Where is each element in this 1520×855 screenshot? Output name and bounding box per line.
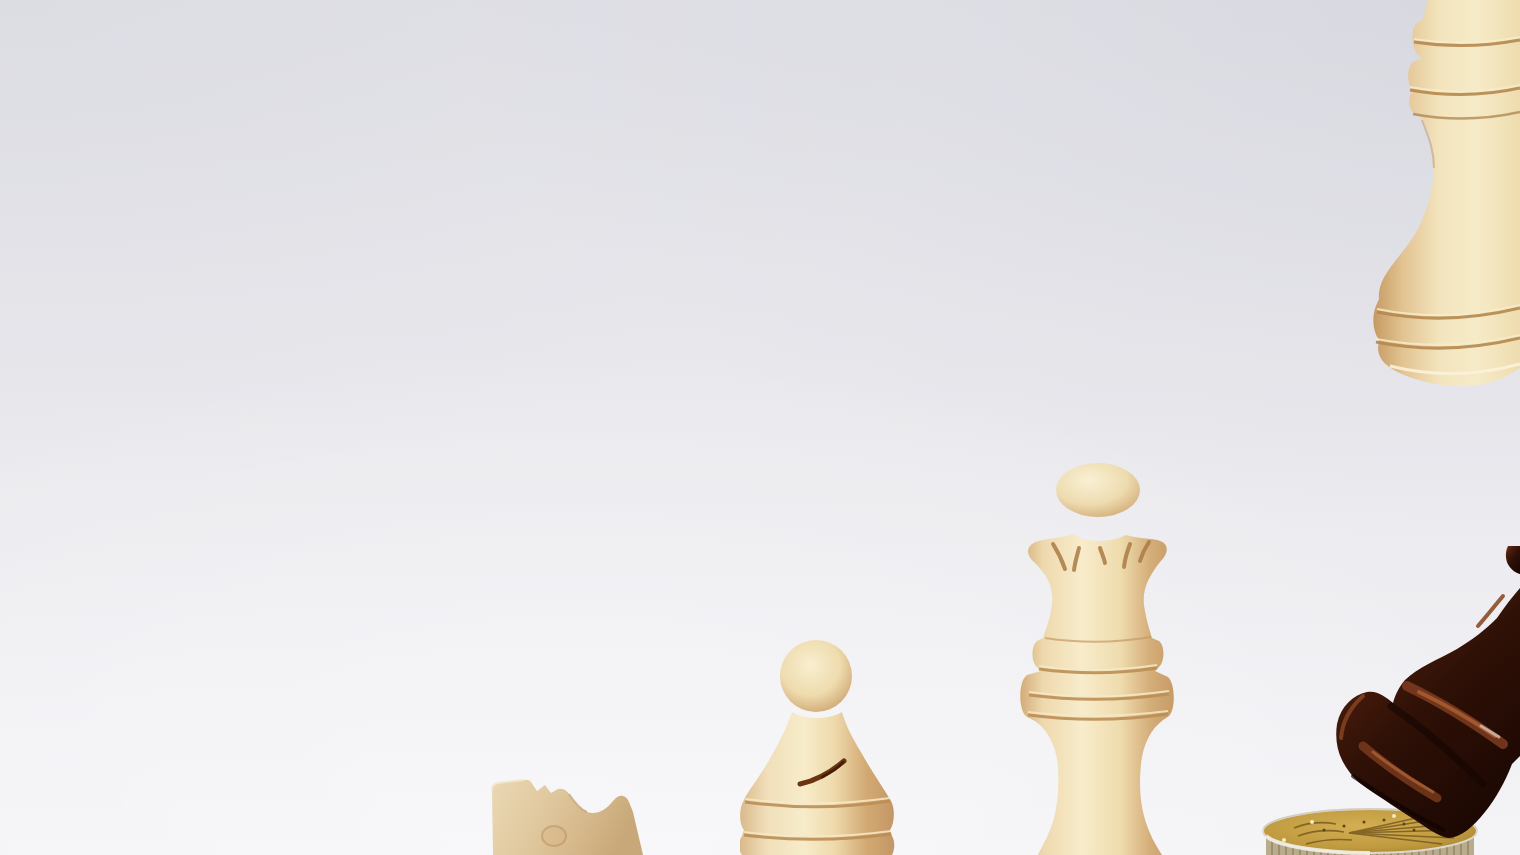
broken-piece-knot	[542, 826, 566, 846]
hanging-piece-body	[1373, 0, 1520, 386]
white-king-hanging	[1370, 0, 1520, 392]
dark-piece-finial-tip	[1506, 546, 1520, 574]
pawn-head	[780, 640, 852, 712]
broken-piece-body	[492, 780, 643, 855]
white-broken-piece	[486, 770, 651, 855]
dark-piece-body	[1336, 588, 1520, 838]
queen-finial-ball	[1056, 463, 1140, 517]
white-pawn-cracked	[740, 634, 896, 855]
white-queen	[1012, 448, 1174, 855]
photo-scene	[0, 0, 1520, 855]
black-king-falling	[1333, 546, 1520, 855]
